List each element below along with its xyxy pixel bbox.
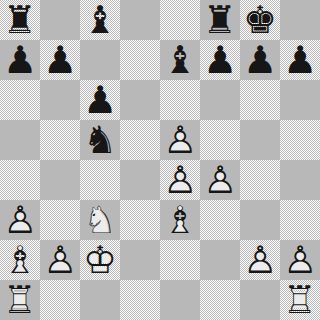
square-a7[interactable]: ♟ [0,40,40,80]
square-c3[interactable]: ♞♘ [80,200,120,240]
square-c4[interactable] [80,160,120,200]
white-rook-outline-glyph: ♖ [0,280,40,320]
square-h7[interactable]: ♟ [280,40,320,80]
square-f8[interactable]: ♜ [200,0,240,40]
white-pawn-icon[interactable]: ♟♙ [200,160,240,200]
black-pawn-glyph: ♟ [80,80,120,120]
white-king-outline-glyph: ♔ [80,240,120,280]
white-pawn-icon[interactable]: ♟♙ [160,120,200,160]
square-e3[interactable]: ♝♗ [160,200,200,240]
black-pawn-icon[interactable]: ♟ [40,40,80,80]
square-d4[interactable] [120,160,160,200]
white-bishop-outline-glyph: ♗ [160,200,200,240]
square-f7[interactable]: ♟ [200,40,240,80]
black-bishop-glyph: ♝ [80,0,120,40]
square-a2[interactable]: ♝♗ [0,240,40,280]
black-pawn-icon[interactable]: ♟ [240,40,280,80]
square-b6[interactable] [40,80,80,120]
square-h2[interactable]: ♟♙ [280,240,320,280]
white-pawn-icon[interactable]: ♟♙ [160,160,200,200]
square-g3[interactable] [240,200,280,240]
square-g1[interactable] [240,280,280,320]
square-g6[interactable] [240,80,280,120]
square-h8[interactable] [280,0,320,40]
square-b3[interactable] [40,200,80,240]
square-c7[interactable] [80,40,120,80]
square-d1[interactable] [120,280,160,320]
square-e2[interactable] [160,240,200,280]
black-pawn-glyph: ♟ [40,40,80,80]
white-pawn-icon[interactable]: ♟♙ [280,240,320,280]
white-pawn-outline-glyph: ♙ [40,240,80,280]
square-b8[interactable] [40,0,80,40]
chess-board: ♜♝♜♚♟♟♝♟♟♟♟♞♟♙♟♙♟♙♟♙♞♘♝♗♝♗♟♙♚♔♟♙♟♙♜♖♜♖ [0,0,320,320]
black-bishop-icon[interactable]: ♝ [80,0,120,40]
square-b2[interactable]: ♟♙ [40,240,80,280]
white-pawn-icon[interactable]: ♟♙ [40,240,80,280]
square-a5[interactable] [0,120,40,160]
black-king-icon[interactable]: ♚ [240,0,280,40]
white-pawn-outline-glyph: ♙ [280,240,320,280]
square-f3[interactable] [200,200,240,240]
white-rook-outline-glyph: ♖ [280,280,320,320]
square-c1[interactable] [80,280,120,320]
black-pawn-glyph: ♟ [0,40,40,80]
square-f4[interactable]: ♟♙ [200,160,240,200]
square-b1[interactable] [40,280,80,320]
black-pawn-glyph: ♟ [240,40,280,80]
square-d2[interactable] [120,240,160,280]
square-c8[interactable]: ♝ [80,0,120,40]
white-pawn-outline-glyph: ♙ [160,120,200,160]
square-a6[interactable] [0,80,40,120]
black-pawn-icon[interactable]: ♟ [200,40,240,80]
white-bishop-icon[interactable]: ♝♗ [160,200,200,240]
white-pawn-outline-glyph: ♙ [0,200,40,240]
square-d7[interactable] [120,40,160,80]
square-e7[interactable]: ♝ [160,40,200,80]
square-h3[interactable] [280,200,320,240]
black-king-glyph: ♚ [240,0,280,40]
black-rook-icon[interactable]: ♜ [0,0,40,40]
black-bishop-glyph: ♝ [160,40,200,80]
white-pawn-outline-glyph: ♙ [200,160,240,200]
white-pawn-icon[interactable]: ♟♙ [0,200,40,240]
black-rook-glyph: ♜ [0,0,40,40]
black-rook-glyph: ♜ [200,0,240,40]
square-a8[interactable]: ♜ [0,0,40,40]
square-g5[interactable] [240,120,280,160]
black-pawn-glyph: ♟ [200,40,240,80]
square-g4[interactable] [240,160,280,200]
square-a3[interactable]: ♟♙ [0,200,40,240]
black-pawn-icon[interactable]: ♟ [0,40,40,80]
black-pawn-glyph: ♟ [280,40,320,80]
square-d6[interactable] [120,80,160,120]
square-e8[interactable] [160,0,200,40]
square-d8[interactable] [120,0,160,40]
white-rook-icon[interactable]: ♜♖ [0,280,40,320]
square-g7[interactable]: ♟ [240,40,280,80]
white-pawn-icon[interactable]: ♟♙ [240,240,280,280]
black-knight-glyph: ♞ [80,120,120,160]
square-e6[interactable] [160,80,200,120]
square-g2[interactable]: ♟♙ [240,240,280,280]
black-knight-icon[interactable]: ♞ [80,120,120,160]
black-bishop-icon[interactable]: ♝ [160,40,200,80]
square-h4[interactable] [280,160,320,200]
black-pawn-icon[interactable]: ♟ [280,40,320,80]
white-rook-icon[interactable]: ♜♖ [280,280,320,320]
white-king-icon[interactable]: ♚♔ [80,240,120,280]
square-b5[interactable] [40,120,80,160]
white-pawn-outline-glyph: ♙ [160,160,200,200]
square-h5[interactable] [280,120,320,160]
square-h6[interactable] [280,80,320,120]
square-e1[interactable] [160,280,200,320]
square-a4[interactable] [0,160,40,200]
white-knight-outline-glyph: ♘ [80,200,120,240]
white-bishop-outline-glyph: ♗ [0,240,40,280]
square-b4[interactable] [40,160,80,200]
square-h1[interactable]: ♜♖ [280,280,320,320]
white-bishop-icon[interactable]: ♝♗ [0,240,40,280]
square-f5[interactable] [200,120,240,160]
square-c2[interactable]: ♚♔ [80,240,120,280]
square-c6[interactable]: ♟ [80,80,120,120]
square-g8[interactable]: ♚ [240,0,280,40]
black-rook-icon[interactable]: ♜ [200,0,240,40]
square-c5[interactable]: ♞ [80,120,120,160]
square-a1[interactable]: ♜♖ [0,280,40,320]
square-f6[interactable] [200,80,240,120]
black-pawn-icon[interactable]: ♟ [80,80,120,120]
square-f2[interactable] [200,240,240,280]
white-knight-icon[interactable]: ♞♘ [80,200,120,240]
square-b7[interactable]: ♟ [40,40,80,80]
square-e5[interactable]: ♟♙ [160,120,200,160]
square-e4[interactable]: ♟♙ [160,160,200,200]
square-f1[interactable] [200,280,240,320]
square-d5[interactable] [120,120,160,160]
white-pawn-outline-glyph: ♙ [240,240,280,280]
square-d3[interactable] [120,200,160,240]
